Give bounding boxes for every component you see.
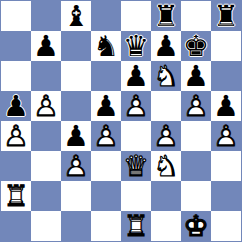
square-c3[interactable]: ♟♙ xyxy=(61,151,91,181)
piece-white-pawn[interactable]: ♟♙ xyxy=(121,91,151,121)
piece-black-pawn[interactable]: ♟ xyxy=(61,121,91,151)
piece-white-pawn[interactable]: ♟♙ xyxy=(91,121,121,151)
piece-white-knight[interactable]: ♞♘ xyxy=(151,151,181,181)
square-a7[interactable] xyxy=(1,31,31,61)
piece-white-rook[interactable]: ♜♖ xyxy=(121,211,151,241)
white-pawn-outline: ♙ xyxy=(121,91,151,121)
square-e6[interactable]: ♟ xyxy=(121,61,151,91)
square-h1[interactable] xyxy=(211,211,241,241)
piece-white-pawn[interactable]: ♟♙ xyxy=(151,121,181,151)
piece-black-rook[interactable]: ♜ xyxy=(211,1,241,31)
piece-black-queen[interactable]: ♛ xyxy=(121,31,151,61)
white-queen-glyph: ♛ xyxy=(121,151,151,181)
square-c8[interactable]: ♝ xyxy=(61,1,91,31)
white-rook-outline: ♖ xyxy=(121,211,151,241)
black-pawn-glyph: ♟ xyxy=(91,91,121,121)
square-b8[interactable] xyxy=(31,1,61,31)
piece-white-knight[interactable]: ♞♘ xyxy=(151,61,181,91)
black-pawn-glyph: ♟ xyxy=(211,91,241,121)
square-b2[interactable] xyxy=(31,181,61,211)
black-pawn-glyph: ♟ xyxy=(121,61,151,91)
square-c7[interactable] xyxy=(61,31,91,61)
square-a5[interactable]: ♟ xyxy=(1,91,31,121)
chess-board: ♝♜♜♟♞♛♟♚♟♞♘♟♟♟♙♟♟♙♟♙♟♟♙♟♟♙♟♙♟♙♟♙♛♕♞♘♜♖♜♖… xyxy=(0,0,242,242)
black-pawn-glyph: ♟ xyxy=(61,121,91,151)
piece-black-knight[interactable]: ♞ xyxy=(91,31,121,61)
square-b6[interactable] xyxy=(31,61,61,91)
piece-white-pawn[interactable]: ♟♙ xyxy=(211,121,241,151)
square-f7[interactable]: ♟ xyxy=(151,31,181,61)
square-h6[interactable] xyxy=(211,61,241,91)
square-e3[interactable]: ♛♕ xyxy=(121,151,151,181)
white-king-glyph: ♚ xyxy=(181,211,211,241)
black-rook-glyph: ♜ xyxy=(211,1,241,31)
square-g2[interactable] xyxy=(181,181,211,211)
square-f3[interactable]: ♞♘ xyxy=(151,151,181,181)
white-pawn-glyph: ♟ xyxy=(181,91,211,121)
square-h2[interactable] xyxy=(211,181,241,211)
white-pawn-outline: ♙ xyxy=(31,91,61,121)
white-pawn-outline: ♙ xyxy=(1,121,31,151)
piece-black-pawn[interactable]: ♟ xyxy=(151,31,181,61)
square-a8[interactable] xyxy=(1,1,31,31)
square-g6[interactable]: ♟ xyxy=(181,61,211,91)
square-f2[interactable] xyxy=(151,181,181,211)
square-e5[interactable]: ♟♙ xyxy=(121,91,151,121)
square-c2[interactable] xyxy=(61,181,91,211)
square-g7[interactable]: ♚ xyxy=(181,31,211,61)
black-queen-glyph: ♛ xyxy=(121,31,151,61)
square-e8[interactable] xyxy=(121,1,151,31)
white-pawn-glyph: ♟ xyxy=(121,91,151,121)
black-king-glyph: ♚ xyxy=(181,31,211,61)
square-d1[interactable] xyxy=(91,211,121,241)
white-pawn-outline: ♙ xyxy=(61,151,91,181)
square-d8[interactable] xyxy=(91,1,121,31)
square-e4[interactable] xyxy=(121,121,151,151)
piece-white-rook[interactable]: ♜♖ xyxy=(1,181,31,211)
square-a6[interactable] xyxy=(1,61,31,91)
square-b5[interactable]: ♟♙ xyxy=(31,91,61,121)
white-pawn-outline: ♙ xyxy=(211,121,241,151)
white-pawn-glyph: ♟ xyxy=(1,121,31,151)
piece-white-pawn[interactable]: ♟♙ xyxy=(1,121,31,151)
piece-white-king[interactable]: ♚♔ xyxy=(181,211,211,241)
white-knight-glyph: ♞ xyxy=(151,151,181,181)
square-d2[interactable] xyxy=(91,181,121,211)
square-d3[interactable] xyxy=(91,151,121,181)
piece-black-bishop[interactable]: ♝ xyxy=(61,1,91,31)
square-d4[interactable]: ♟♙ xyxy=(91,121,121,151)
square-c1[interactable] xyxy=(61,211,91,241)
piece-black-pawn[interactable]: ♟ xyxy=(91,91,121,121)
piece-black-king[interactable]: ♚ xyxy=(181,31,211,61)
piece-black-pawn[interactable]: ♟ xyxy=(121,61,151,91)
square-h7[interactable] xyxy=(211,31,241,61)
piece-white-pawn[interactable]: ♟♙ xyxy=(181,91,211,121)
square-e1[interactable]: ♜♖ xyxy=(121,211,151,241)
square-h8[interactable]: ♜ xyxy=(211,1,241,31)
piece-black-pawn[interactable]: ♟ xyxy=(181,61,211,91)
white-knight-outline: ♘ xyxy=(151,61,181,91)
square-b4[interactable] xyxy=(31,121,61,151)
white-pawn-glyph: ♟ xyxy=(151,121,181,151)
square-f1[interactable] xyxy=(151,211,181,241)
square-a4[interactable]: ♟♙ xyxy=(1,121,31,151)
square-a3[interactable] xyxy=(1,151,31,181)
square-h5[interactable]: ♟ xyxy=(211,91,241,121)
black-bishop-glyph: ♝ xyxy=(61,1,91,31)
white-rook-outline: ♖ xyxy=(1,181,31,211)
black-pawn-glyph: ♟ xyxy=(1,91,31,121)
square-c5[interactable] xyxy=(61,91,91,121)
square-e2[interactable] xyxy=(121,181,151,211)
square-a2[interactable]: ♜♖ xyxy=(1,181,31,211)
piece-black-rook[interactable]: ♜ xyxy=(151,1,181,31)
white-queen-outline: ♕ xyxy=(121,151,151,181)
piece-black-pawn[interactable]: ♟ xyxy=(211,91,241,121)
white-pawn-glyph: ♟ xyxy=(61,151,91,181)
square-d6[interactable] xyxy=(91,61,121,91)
white-pawn-glyph: ♟ xyxy=(91,121,121,151)
black-pawn-glyph: ♟ xyxy=(181,61,211,91)
piece-black-pawn[interactable]: ♟ xyxy=(1,91,31,121)
white-knight-glyph: ♞ xyxy=(151,61,181,91)
square-b3[interactable] xyxy=(31,151,61,181)
square-h4[interactable]: ♟♙ xyxy=(211,121,241,151)
square-a1[interactable] xyxy=(1,211,31,241)
square-f4[interactable]: ♟♙ xyxy=(151,121,181,151)
black-knight-glyph: ♞ xyxy=(91,31,121,61)
square-c4[interactable]: ♟ xyxy=(61,121,91,151)
square-f8[interactable]: ♜ xyxy=(151,1,181,31)
square-g1[interactable]: ♚♔ xyxy=(181,211,211,241)
square-f5[interactable] xyxy=(151,91,181,121)
square-h3[interactable] xyxy=(211,151,241,181)
black-rook-glyph: ♜ xyxy=(151,1,181,31)
square-d7[interactable]: ♞ xyxy=(91,31,121,61)
piece-white-queen[interactable]: ♛♕ xyxy=(121,151,151,181)
white-pawn-outline: ♙ xyxy=(151,121,181,151)
square-g8[interactable] xyxy=(181,1,211,31)
square-e7[interactable]: ♛ xyxy=(121,31,151,61)
white-pawn-outline: ♙ xyxy=(181,91,211,121)
square-g5[interactable]: ♟♙ xyxy=(181,91,211,121)
square-b1[interactable] xyxy=(31,211,61,241)
piece-white-pawn[interactable]: ♟♙ xyxy=(61,151,91,181)
square-b7[interactable]: ♟ xyxy=(31,31,61,61)
black-pawn-glyph: ♟ xyxy=(31,31,61,61)
piece-black-pawn[interactable]: ♟ xyxy=(31,31,61,61)
square-d5[interactable]: ♟ xyxy=(91,91,121,121)
white-king-outline: ♔ xyxy=(181,211,211,241)
white-pawn-glyph: ♟ xyxy=(211,121,241,151)
white-rook-glyph: ♜ xyxy=(121,211,151,241)
black-pawn-glyph: ♟ xyxy=(151,31,181,61)
piece-white-pawn[interactable]: ♟♙ xyxy=(31,91,61,121)
white-pawn-outline: ♙ xyxy=(91,121,121,151)
white-pawn-glyph: ♟ xyxy=(31,91,61,121)
square-f6[interactable]: ♞♘ xyxy=(151,61,181,91)
square-g4[interactable] xyxy=(181,121,211,151)
square-c6[interactable] xyxy=(61,61,91,91)
white-knight-outline: ♘ xyxy=(151,151,181,181)
square-g3[interactable] xyxy=(181,151,211,181)
white-rook-glyph: ♜ xyxy=(1,181,31,211)
